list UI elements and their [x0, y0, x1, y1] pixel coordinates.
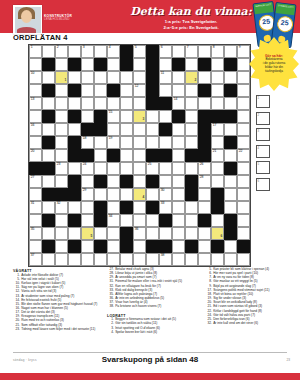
- grid-cell[interactable]: [120, 253, 133, 266]
- key-letter-index: 2: [194, 79, 196, 82]
- grid-cell[interactable]: 11: [159, 71, 172, 84]
- grid-cell[interactable]: [81, 84, 94, 97]
- key-letter-index: 3: [142, 118, 144, 121]
- grid-cell[interactable]: [224, 123, 237, 136]
- grid-cell[interactable]: 7: [185, 45, 198, 58]
- clue-number: 36: [135, 228, 139, 231]
- grid-cell[interactable]: [94, 253, 107, 266]
- grid-cell[interactable]: [107, 97, 120, 110]
- grid-cell[interactable]: [55, 253, 68, 266]
- grid-cell[interactable]: [94, 45, 107, 58]
- grid-cell[interactable]: 23: [55, 162, 68, 175]
- yellow-key-cell[interactable]: 5: [81, 227, 94, 240]
- answer-box[interactable]: 5: [256, 161, 270, 174]
- grid-cell[interactable]: 3: [81, 45, 94, 58]
- grid-cell[interactable]: [159, 175, 172, 188]
- grid-cell[interactable]: [198, 188, 211, 201]
- grid-cell[interactable]: [237, 214, 250, 227]
- grid-cell[interactable]: [120, 149, 133, 162]
- blocked-cell: [68, 240, 81, 253]
- answer-box[interactable]: 1: [256, 95, 270, 108]
- grid-cell[interactable]: [42, 71, 55, 84]
- grid-cell[interactable]: [133, 162, 146, 175]
- grid-cell[interactable]: [55, 136, 68, 149]
- grid-cell[interactable]: 35: [29, 227, 42, 240]
- answer-box-index: 5: [258, 162, 260, 166]
- grid-cell[interactable]: [55, 123, 68, 136]
- grid-cell[interactable]: [94, 84, 107, 97]
- grid-cell[interactable]: [107, 58, 120, 71]
- grid-cell[interactable]: [211, 136, 224, 149]
- grid-cell[interactable]: [146, 136, 159, 149]
- clue-number: 20: [31, 150, 35, 153]
- grid-cell[interactable]: [120, 71, 133, 84]
- clue-number: 22: [239, 150, 243, 153]
- grid-cell[interactable]: [237, 162, 250, 175]
- grid-cell[interactable]: 37: [29, 253, 42, 266]
- grid-cell[interactable]: [94, 71, 107, 84]
- yellow-key-cell[interactable]: 1: [55, 71, 68, 84]
- blocked-cell: [224, 227, 237, 240]
- grid-cell[interactable]: [146, 188, 159, 201]
- clue-number: 13: [31, 98, 35, 101]
- grid-cell[interactable]: [211, 162, 224, 175]
- grid-cell[interactable]: [68, 71, 81, 84]
- grid-cell[interactable]: [237, 175, 250, 188]
- blocked-cell: [81, 123, 94, 136]
- grid-cell[interactable]: [29, 240, 42, 253]
- grid-cell[interactable]: [172, 149, 185, 162]
- grid-cell[interactable]: [68, 97, 81, 110]
- grid-cell[interactable]: [68, 201, 81, 214]
- grid-cell[interactable]: [81, 110, 94, 123]
- grid-cell[interactable]: [159, 110, 172, 123]
- grid-cell[interactable]: [133, 214, 146, 227]
- grid-cell[interactable]: [107, 123, 120, 136]
- grid-cell[interactable]: 28: [198, 175, 211, 188]
- answer-chain[interactable]: 123456: [256, 95, 270, 194]
- blocked-cell: [159, 97, 172, 110]
- grid-cell[interactable]: [237, 97, 250, 110]
- blocked-cell: [68, 110, 81, 123]
- clue-number: 15: [109, 111, 113, 114]
- grid-cell[interactable]: 20: [29, 149, 42, 162]
- grid-cell[interactable]: [198, 240, 211, 253]
- grid-cell[interactable]: [185, 162, 198, 175]
- grid-cell[interactable]: 8: [211, 45, 224, 58]
- blocked-cell: [146, 175, 159, 188]
- grid-cell[interactable]: [29, 110, 42, 123]
- grid-cell[interactable]: [159, 162, 172, 175]
- grid-cell[interactable]: [172, 188, 185, 201]
- grid-cell[interactable]: [159, 227, 172, 240]
- grid-cell[interactable]: 29: [81, 188, 94, 201]
- grid-cell[interactable]: [224, 253, 237, 266]
- yellow-key-cell[interactable]: 6: [211, 227, 224, 240]
- grid-cell[interactable]: [237, 136, 250, 149]
- grid-cell[interactable]: [68, 227, 81, 240]
- grid-cell[interactable]: 38: [159, 253, 172, 266]
- blocked-cell: [211, 240, 224, 253]
- grid-cell[interactable]: [159, 136, 172, 149]
- grid-cell[interactable]: [237, 84, 250, 97]
- grid-cell[interactable]: 31: [29, 201, 42, 214]
- clue-number: 11: [161, 72, 165, 75]
- blocked-cell: [211, 110, 224, 123]
- blocked-cell: [185, 149, 198, 162]
- grid-cell[interactable]: 10: [29, 71, 42, 84]
- grid-cell[interactable]: 5: [133, 45, 146, 58]
- clue-column-3: 5.Kan präster bli som klättrar i spenan …: [205, 268, 291, 335]
- grid-cell[interactable]: [55, 149, 68, 162]
- photo-face: [21, 10, 32, 23]
- grid-cell[interactable]: [237, 58, 250, 71]
- grid-cell[interactable]: [172, 214, 185, 227]
- grid-cell[interactable]: [172, 227, 185, 240]
- ticket-brand: SVERIGE LOTT: [275, 3, 295, 15]
- grid-cell[interactable]: [172, 45, 185, 58]
- blocked-cell: [94, 110, 107, 123]
- grid-cell[interactable]: 21: [211, 149, 224, 162]
- grid-cell[interactable]: 9: [237, 45, 250, 58]
- grid-cell[interactable]: [133, 240, 146, 253]
- grid-cell[interactable]: [133, 149, 146, 162]
- clue-number: 2: [57, 46, 59, 49]
- grid-cell[interactable]: [42, 201, 55, 214]
- clue-number: 24: [83, 163, 87, 166]
- clue-number: 4: [109, 46, 111, 49]
- grid-cell[interactable]: [120, 97, 133, 110]
- grid-cell[interactable]: [107, 201, 120, 214]
- grid-cell[interactable]: 1: [29, 45, 42, 58]
- grid-cell[interactable]: 25: [146, 162, 159, 175]
- grid-cell[interactable]: [120, 136, 133, 149]
- grid-cell[interactable]: [29, 58, 42, 71]
- blocked-cell: [107, 84, 120, 97]
- grid-cell[interactable]: [224, 240, 237, 253]
- blocked-cell: [68, 175, 81, 188]
- grid-cell[interactable]: [146, 123, 159, 136]
- grid-cell[interactable]: [55, 227, 68, 240]
- grid-cell[interactable]: [159, 84, 172, 97]
- clue-number: 1: [31, 46, 33, 49]
- blocked-cell: [29, 162, 42, 175]
- blocked-cell: [68, 84, 81, 97]
- photo-shirt: [17, 27, 36, 33]
- clue-item: 4.Spelar boven ber lätt i nätt (6): [107, 331, 199, 335]
- grid-cell[interactable]: [185, 201, 198, 214]
- grid-cell[interactable]: [224, 71, 237, 84]
- grid-cell[interactable]: [107, 162, 120, 175]
- blocked-cell: [224, 136, 237, 149]
- grid-cell[interactable]: [81, 175, 94, 188]
- grid-cell[interactable]: [68, 45, 81, 58]
- grid-cell[interactable]: [224, 201, 237, 214]
- answer-box[interactable]: 2: [256, 112, 270, 125]
- grid-cell[interactable]: [81, 214, 94, 227]
- grid-cell[interactable]: [211, 97, 224, 110]
- grid-cell[interactable]: [237, 110, 250, 123]
- grid-cell[interactable]: [42, 45, 55, 58]
- grid-cell[interactable]: 32: [55, 201, 68, 214]
- ticket-brand: SVERIGE LOTT: [254, 2, 274, 14]
- grid-cell[interactable]: 16: [29, 123, 42, 136]
- prize-header: Detta kan du vinna: 1:a pris: Två Sverig…: [122, 5, 260, 30]
- grid-cell[interactable]: [29, 84, 42, 97]
- grid-cell[interactable]: [120, 214, 133, 227]
- grid-cell[interactable]: [55, 240, 68, 253]
- grid-cell[interactable]: [224, 188, 237, 201]
- grid-cell[interactable]: [107, 240, 120, 253]
- blocked-cell: [172, 58, 185, 71]
- clue-number: 17: [213, 124, 217, 127]
- grid-cell[interactable]: [224, 175, 237, 188]
- grid-cell[interactable]: [172, 136, 185, 149]
- grid-cell[interactable]: [81, 240, 94, 253]
- blocked-cell: [120, 201, 133, 214]
- grid-cell[interactable]: [146, 214, 159, 227]
- grid-cell[interactable]: [107, 175, 120, 188]
- grid-cell[interactable]: 2: [55, 45, 68, 58]
- grid-cell[interactable]: [211, 253, 224, 266]
- starburst-text: Gör så här:Bokstävernai de gula rutornab…: [263, 54, 285, 74]
- grid-cell[interactable]: [185, 227, 198, 240]
- grid-cell[interactable]: [133, 136, 146, 149]
- grid-cell[interactable]: 15: [107, 110, 120, 123]
- clue-number: 18: [83, 137, 87, 140]
- answer-box[interactable]: 4: [256, 145, 270, 158]
- blocked-cell: [94, 58, 107, 71]
- clue-item-number: 4.: [107, 331, 115, 335]
- grid-cell[interactable]: [133, 58, 146, 71]
- clue-number: 37: [31, 254, 35, 257]
- blocked-cell: [94, 175, 107, 188]
- key-letter-index: 6: [220, 235, 222, 238]
- grid-cell[interactable]: [224, 45, 237, 58]
- grid-cell[interactable]: [55, 97, 68, 110]
- blocked-cell: [42, 58, 55, 71]
- blocked-cell: [42, 84, 55, 97]
- grid-cell[interactable]: [211, 175, 224, 188]
- grid-cell[interactable]: 27: [29, 175, 42, 188]
- page-number: 23: [286, 358, 290, 362]
- answer-box[interactable]: 6: [256, 178, 270, 191]
- grid-cell[interactable]: [42, 227, 55, 240]
- blocked-cell: [68, 188, 81, 201]
- grid-cell[interactable]: 13: [29, 97, 42, 110]
- blocked-cell: [198, 136, 211, 149]
- grid-cell[interactable]: 6: [159, 45, 172, 58]
- grid-cell[interactable]: [172, 123, 185, 136]
- grid-cell[interactable]: [198, 201, 211, 214]
- grid-cell[interactable]: 18: [81, 136, 94, 149]
- blocked-cell: [198, 84, 211, 97]
- grid-cell[interactable]: [133, 201, 146, 214]
- crossword-grid[interactable]: 1234567891011121213141531617181920212223…: [28, 44, 251, 267]
- blocked-cell: [120, 175, 133, 188]
- grid-cell[interactable]: 30: [159, 188, 172, 201]
- grid-cell[interactable]: [133, 71, 146, 84]
- grid-cell[interactable]: [94, 136, 107, 149]
- grid-cell[interactable]: [185, 214, 198, 227]
- grid-cell[interactable]: [224, 149, 237, 162]
- grid-cell[interactable]: [185, 97, 198, 110]
- grid-cell[interactable]: [133, 175, 146, 188]
- grid-cell[interactable]: [120, 110, 133, 123]
- grid-cell[interactable]: [68, 123, 81, 136]
- grid-cell[interactable]: [211, 58, 224, 71]
- clue-number: 7: [187, 46, 189, 49]
- grid-cell[interactable]: [94, 188, 107, 201]
- blocked-cell: [211, 188, 224, 201]
- grid-cell[interactable]: [68, 253, 81, 266]
- grid-cell[interactable]: [237, 253, 250, 266]
- grid-cell[interactable]: 36: [133, 227, 146, 240]
- grid-cell[interactable]: 26: [198, 162, 211, 175]
- blocked-cell: [120, 240, 133, 253]
- grid-cell[interactable]: [146, 253, 159, 266]
- grid-cell[interactable]: [185, 123, 198, 136]
- grid-cell[interactable]: [68, 162, 81, 175]
- clue-item: 32.Är inte kall vind om det viner (6): [205, 322, 291, 326]
- grid-cell[interactable]: [172, 253, 185, 266]
- clue-number: 32: [57, 202, 61, 205]
- grid-cell[interactable]: [29, 214, 42, 227]
- grid-cell[interactable]: [237, 227, 250, 240]
- grid-cell[interactable]: 19: [107, 136, 120, 149]
- grid-cell[interactable]: [146, 110, 159, 123]
- clue-item-number: 32.: [205, 322, 213, 326]
- grid-cell[interactable]: [42, 175, 55, 188]
- grid-cell[interactable]: 12: [133, 84, 146, 97]
- grid-cell[interactable]: [237, 71, 250, 84]
- grid-cell[interactable]: [146, 227, 159, 240]
- grid-cell[interactable]: [120, 188, 133, 201]
- grid-cell[interactable]: [29, 188, 42, 201]
- grid-cell[interactable]: [107, 253, 120, 266]
- clue-number: 38: [161, 254, 165, 257]
- grid-cell[interactable]: [198, 97, 211, 110]
- grid-cell[interactable]: [237, 123, 250, 136]
- grid-cell[interactable]: [133, 123, 146, 136]
- blocked-cell: [42, 214, 55, 227]
- grid-cell[interactable]: [94, 97, 107, 110]
- blocked-cell: [68, 58, 81, 71]
- grid-cell[interactable]: [185, 136, 198, 149]
- grid-cell[interactable]: [94, 227, 107, 240]
- clue-column-1: VÅGRÄTT1.Avlade inte filosofie doktor (7…: [13, 268, 101, 335]
- blocked-cell: [185, 240, 198, 253]
- grid-cell[interactable]: [29, 136, 42, 149]
- answer-box[interactable]: 3: [256, 128, 270, 141]
- grid-cell[interactable]: 22: [237, 149, 250, 162]
- blocked-cell: [198, 149, 211, 162]
- grid-cell[interactable]: 34: [107, 214, 120, 227]
- grid-cell[interactable]: [198, 227, 211, 240]
- clue-number: 6: [161, 46, 163, 49]
- grid-cell[interactable]: [133, 253, 146, 266]
- grid-cell[interactable]: [198, 253, 211, 266]
- grid-cell[interactable]: [237, 188, 250, 201]
- grid-cell[interactable]: [185, 253, 198, 266]
- grid-cell[interactable]: [185, 84, 198, 97]
- grid-cell[interactable]: [42, 123, 55, 136]
- grid-cell[interactable]: [107, 188, 120, 201]
- grid-cell[interactable]: [81, 58, 94, 71]
- grid-cell[interactable]: [172, 84, 185, 97]
- grid-cell[interactable]: [172, 162, 185, 175]
- grid-cell[interactable]: [172, 175, 185, 188]
- clue-item-text: Är inte kall vind om det viner (6): [213, 322, 291, 326]
- grid-cell[interactable]: [55, 214, 68, 227]
- grid-cell[interactable]: [185, 58, 198, 71]
- grid-cell[interactable]: 4: [107, 45, 120, 58]
- grid-cell[interactable]: [172, 201, 185, 214]
- blocked-cell: [42, 110, 55, 123]
- grid-cell[interactable]: [159, 58, 172, 71]
- grid-cell[interactable]: [120, 123, 133, 136]
- grid-cell[interactable]: [172, 240, 185, 253]
- grid-cell[interactable]: 17: [211, 123, 224, 136]
- yellow-key-cell[interactable]: 4: [133, 188, 146, 201]
- yellow-key-cell[interactable]: 3: [133, 110, 146, 123]
- blocked-cell: [146, 84, 159, 97]
- grid-cell[interactable]: [55, 175, 68, 188]
- grid-cell[interactable]: [224, 97, 237, 110]
- grid-cell[interactable]: 33: [159, 201, 172, 214]
- grid-cell[interactable]: [185, 110, 198, 123]
- grid-cell[interactable]: [120, 162, 133, 175]
- clue-number: 9: [239, 46, 241, 49]
- grid-cell[interactable]: [211, 71, 224, 84]
- grid-cell[interactable]: [211, 84, 224, 97]
- blocked-cell: [224, 162, 237, 175]
- grid-cell[interactable]: [55, 58, 68, 71]
- grid-cell[interactable]: [81, 253, 94, 266]
- grid-cell[interactable]: [107, 71, 120, 84]
- grid-cell[interactable]: 14: [172, 97, 185, 110]
- grid-cell[interactable]: 24: [81, 162, 94, 175]
- clue-item-number: 23.: [13, 328, 21, 332]
- grid-cell[interactable]: [172, 71, 185, 84]
- clue-number: 16: [31, 124, 35, 127]
- grid-cell[interactable]: [107, 227, 120, 240]
- spacer: [107, 310, 199, 313]
- yellow-key-cell[interactable]: 2: [185, 71, 198, 84]
- grid-cell[interactable]: [198, 71, 211, 84]
- grid-cell[interactable]: [120, 84, 133, 97]
- blocked-cell: [146, 97, 159, 110]
- grid-cell[interactable]: [211, 214, 224, 227]
- clue-number: 34: [109, 215, 113, 218]
- grid-cell[interactable]: [55, 110, 68, 123]
- grid-cell[interactable]: [42, 149, 55, 162]
- grid-cell[interactable]: [198, 45, 211, 58]
- clue-number: 21: [213, 150, 217, 153]
- grid-cell[interactable]: [94, 162, 107, 175]
- grid-cell[interactable]: [94, 149, 107, 162]
- grid-cell[interactable]: [55, 84, 68, 97]
- grid-cell[interactable]: [81, 201, 94, 214]
- grid-cell[interactable]: [81, 71, 94, 84]
- grid-cell[interactable]: [237, 201, 250, 214]
- grid-cell[interactable]: [133, 97, 146, 110]
- grid-cell[interactable]: [42, 253, 55, 266]
- grid-cell[interactable]: [42, 97, 55, 110]
- blocked-cell: [42, 136, 55, 149]
- blocked-cell: [68, 149, 81, 162]
- grid-cell[interactable]: [81, 97, 94, 110]
